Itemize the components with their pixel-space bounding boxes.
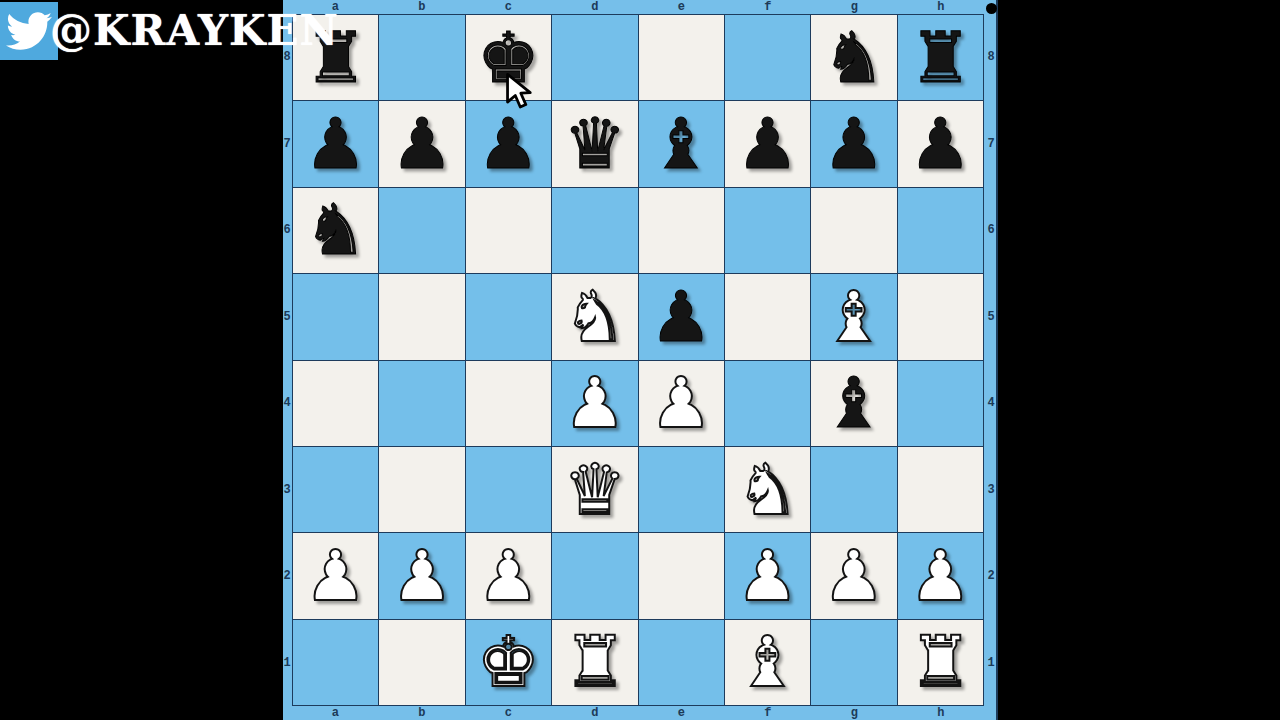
square-f2[interactable]: ♟ bbox=[725, 533, 810, 618]
piece-black-bishop[interactable]: ♝ bbox=[650, 102, 713, 186]
rank-label-2: 2 bbox=[283, 569, 290, 583]
square-f8[interactable] bbox=[725, 15, 810, 100]
file-label-b: b bbox=[418, 0, 425, 14]
square-b7[interactable]: ♟ bbox=[379, 101, 464, 186]
rank-label-4: 4 bbox=[987, 396, 994, 410]
rank-label-2: 2 bbox=[987, 569, 994, 583]
rank-label-6: 6 bbox=[987, 223, 994, 237]
piece-black-pawn[interactable]: ♟ bbox=[823, 102, 886, 186]
square-f5[interactable] bbox=[725, 274, 810, 359]
piece-white-pawn[interactable]: ♟ bbox=[563, 361, 626, 445]
square-a2[interactable]: ♟ bbox=[293, 533, 378, 618]
rank-label-5: 5 bbox=[987, 310, 994, 324]
piece-white-pawn[interactable]: ♟ bbox=[909, 534, 972, 618]
piece-white-pawn[interactable]: ♟ bbox=[391, 534, 454, 618]
square-h6[interactable] bbox=[898, 188, 983, 273]
square-d5[interactable]: ♞ bbox=[552, 274, 637, 359]
rank-label-6: 6 bbox=[283, 223, 290, 237]
square-g8[interactable]: ♞ bbox=[811, 15, 896, 100]
square-d7[interactable]: ♛ bbox=[552, 101, 637, 186]
file-label-f: f bbox=[764, 0, 771, 14]
square-g3[interactable] bbox=[811, 447, 896, 532]
square-h4[interactable] bbox=[898, 361, 983, 446]
file-label-d: d bbox=[591, 706, 598, 720]
file-label-d: d bbox=[591, 0, 598, 14]
piece-black-knight[interactable]: ♞ bbox=[823, 16, 886, 100]
piece-black-knight[interactable]: ♞ bbox=[304, 188, 367, 272]
square-a3[interactable] bbox=[293, 447, 378, 532]
square-g6[interactable] bbox=[811, 188, 896, 273]
file-label-g: g bbox=[851, 706, 858, 720]
square-h8[interactable]: ♜ bbox=[898, 15, 983, 100]
file-label-g: g bbox=[851, 0, 858, 14]
piece-black-pawn[interactable]: ♟ bbox=[391, 102, 454, 186]
square-c5[interactable] bbox=[466, 274, 551, 359]
square-d6[interactable] bbox=[552, 188, 637, 273]
square-d3[interactable]: ♛ bbox=[552, 447, 637, 532]
square-g7[interactable]: ♟ bbox=[811, 101, 896, 186]
square-h1[interactable]: ♜ bbox=[898, 620, 983, 705]
square-c7[interactable]: ♟ bbox=[466, 101, 551, 186]
square-d8[interactable] bbox=[552, 15, 637, 100]
piece-white-pawn[interactable]: ♟ bbox=[650, 361, 713, 445]
square-e4[interactable]: ♟ bbox=[639, 361, 724, 446]
square-b1[interactable] bbox=[379, 620, 464, 705]
square-h7[interactable]: ♟ bbox=[898, 101, 983, 186]
square-c2[interactable]: ♟ bbox=[466, 533, 551, 618]
piece-black-pawn[interactable]: ♟ bbox=[477, 102, 540, 186]
file-label-h: h bbox=[937, 0, 944, 14]
file-label-c: c bbox=[505, 706, 512, 720]
square-g2[interactable]: ♟ bbox=[811, 533, 896, 618]
file-label-e: e bbox=[678, 0, 685, 14]
corner-dot-icon bbox=[986, 3, 997, 14]
square-f1[interactable]: ♝ bbox=[725, 620, 810, 705]
square-b5[interactable] bbox=[379, 274, 464, 359]
square-d1[interactable]: ♜ bbox=[552, 620, 637, 705]
rank-label-7: 7 bbox=[283, 137, 290, 151]
square-h2[interactable]: ♟ bbox=[898, 533, 983, 618]
square-h5[interactable] bbox=[898, 274, 983, 359]
square-f4[interactable] bbox=[725, 361, 810, 446]
piece-black-pawn[interactable]: ♟ bbox=[736, 102, 799, 186]
piece-black-pawn[interactable]: ♟ bbox=[909, 102, 972, 186]
square-g4[interactable]: ♝ bbox=[811, 361, 896, 446]
piece-white-bishop[interactable]: ♝ bbox=[736, 620, 799, 704]
square-e5[interactable]: ♟ bbox=[639, 274, 724, 359]
square-c3[interactable] bbox=[466, 447, 551, 532]
square-e7[interactable]: ♝ bbox=[639, 101, 724, 186]
square-b2[interactable]: ♟ bbox=[379, 533, 464, 618]
square-e3[interactable] bbox=[639, 447, 724, 532]
piece-white-pawn[interactable]: ♟ bbox=[823, 534, 886, 618]
rank-label-7: 7 bbox=[987, 137, 994, 151]
piece-white-pawn[interactable]: ♟ bbox=[304, 534, 367, 618]
mouse-cursor-icon bbox=[505, 73, 535, 113]
piece-white-rook[interactable]: ♜ bbox=[909, 620, 972, 704]
square-h3[interactable] bbox=[898, 447, 983, 532]
piece-white-pawn[interactable]: ♟ bbox=[477, 534, 540, 618]
square-b8[interactable] bbox=[379, 15, 464, 100]
piece-black-pawn[interactable]: ♟ bbox=[304, 102, 367, 186]
square-f3[interactable]: ♞ bbox=[725, 447, 810, 532]
piece-white-knight[interactable]: ♞ bbox=[736, 448, 799, 532]
square-a1[interactable] bbox=[293, 620, 378, 705]
square-c6[interactable] bbox=[466, 188, 551, 273]
square-f6[interactable] bbox=[725, 188, 810, 273]
twitter-handle: @KRAYKEN bbox=[50, 6, 339, 55]
file-label-a: a bbox=[332, 706, 339, 720]
square-e1[interactable] bbox=[639, 620, 724, 705]
piece-white-rook[interactable]: ♜ bbox=[563, 620, 626, 704]
file-label-h: h bbox=[937, 706, 944, 720]
chess-board[interactable]: ♜♚♞♜♟♟♟♛♝♟♟♟♞♞♟♝♟♟♝♛♞♟♟♟♟♟♟♚♜♝♜ bbox=[292, 14, 984, 706]
square-b6[interactable] bbox=[379, 188, 464, 273]
rank-label-3: 3 bbox=[283, 483, 290, 497]
file-label-c: c bbox=[505, 0, 512, 14]
square-d4[interactable]: ♟ bbox=[552, 361, 637, 446]
square-d2[interactable] bbox=[552, 533, 637, 618]
piece-white-pawn[interactable]: ♟ bbox=[736, 534, 799, 618]
file-label-f: f bbox=[764, 706, 771, 720]
square-a4[interactable] bbox=[293, 361, 378, 446]
board-panel: ♜♚♞♜♟♟♟♛♝♟♟♟♞♞♟♝♟♟♝♛♞♟♟♟♟♟♟♚♜♝♜ aabbccdd… bbox=[283, 0, 998, 720]
square-a6[interactable]: ♞ bbox=[293, 188, 378, 273]
piece-black-pawn[interactable]: ♟ bbox=[650, 275, 713, 359]
piece-black-queen[interactable]: ♛ bbox=[563, 102, 626, 186]
rank-label-4: 4 bbox=[283, 396, 290, 410]
square-b4[interactable] bbox=[379, 361, 464, 446]
piece-white-bishop[interactable]: ♝ bbox=[823, 275, 886, 359]
square-e2[interactable] bbox=[639, 533, 724, 618]
square-b3[interactable] bbox=[379, 447, 464, 532]
rank-label-1: 1 bbox=[987, 656, 994, 670]
piece-black-rook[interactable]: ♜ bbox=[909, 16, 972, 100]
piece-black-bishop[interactable]: ♝ bbox=[823, 361, 886, 445]
square-a7[interactable]: ♟ bbox=[293, 101, 378, 186]
rank-label-3: 3 bbox=[987, 483, 994, 497]
square-g1[interactable] bbox=[811, 620, 896, 705]
piece-white-queen[interactable]: ♛ bbox=[563, 448, 626, 532]
square-e8[interactable] bbox=[639, 15, 724, 100]
piece-white-king[interactable]: ♚ bbox=[477, 620, 540, 704]
file-label-e: e bbox=[678, 706, 685, 720]
square-c4[interactable] bbox=[466, 361, 551, 446]
file-label-b: b bbox=[418, 706, 425, 720]
square-c1[interactable]: ♚ bbox=[466, 620, 551, 705]
rank-label-8: 8 bbox=[987, 50, 994, 64]
rank-label-5: 5 bbox=[283, 310, 290, 324]
square-f7[interactable]: ♟ bbox=[725, 101, 810, 186]
square-e6[interactable] bbox=[639, 188, 724, 273]
rank-label-1: 1 bbox=[283, 656, 290, 670]
square-g5[interactable]: ♝ bbox=[811, 274, 896, 359]
square-a5[interactable] bbox=[293, 274, 378, 359]
piece-white-knight[interactable]: ♞ bbox=[563, 275, 626, 359]
